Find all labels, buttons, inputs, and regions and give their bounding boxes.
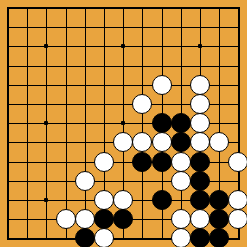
black-stone[interactable] xyxy=(190,152,210,172)
white-stone[interactable] xyxy=(171,228,191,247)
black-stone[interactable] xyxy=(209,228,229,247)
white-stone[interactable] xyxy=(228,152,247,172)
black-stone[interactable] xyxy=(209,190,229,210)
black-stone[interactable] xyxy=(171,132,191,152)
black-stone[interactable] xyxy=(190,171,210,191)
black-stone[interactable] xyxy=(132,152,152,172)
white-stone[interactable] xyxy=(56,209,76,229)
white-stone[interactable] xyxy=(190,209,210,229)
white-stone[interactable] xyxy=(152,75,172,95)
white-stone[interactable] xyxy=(228,190,247,210)
black-stone[interactable] xyxy=(94,209,114,229)
black-stone[interactable] xyxy=(190,228,210,247)
white-stone[interactable] xyxy=(171,209,191,229)
white-stone[interactable] xyxy=(171,171,191,191)
stones-layer xyxy=(0,0,247,247)
white-stone[interactable] xyxy=(94,190,114,210)
white-stone[interactable] xyxy=(228,209,247,229)
white-stone[interactable] xyxy=(132,94,152,114)
black-stone[interactable] xyxy=(209,209,229,229)
go-board[interactable] xyxy=(0,0,247,247)
white-stone[interactable] xyxy=(132,132,152,152)
white-stone[interactable] xyxy=(75,171,95,191)
white-stone[interactable] xyxy=(94,152,114,172)
white-stone[interactable] xyxy=(190,113,210,133)
white-stone[interactable] xyxy=(113,190,133,210)
white-stone[interactable] xyxy=(209,132,229,152)
black-stone[interactable] xyxy=(75,228,95,247)
black-stone[interactable] xyxy=(113,209,133,229)
black-stone[interactable] xyxy=(171,113,191,133)
white-stone[interactable] xyxy=(75,209,95,229)
black-stone[interactable] xyxy=(190,190,210,210)
white-stone[interactable] xyxy=(171,152,191,172)
black-stone[interactable] xyxy=(152,152,172,172)
white-stone[interactable] xyxy=(190,94,210,114)
white-stone[interactable] xyxy=(113,132,133,152)
white-stone[interactable] xyxy=(94,228,114,247)
black-stone[interactable] xyxy=(152,190,172,210)
white-stone[interactable] xyxy=(190,75,210,95)
white-stone[interactable] xyxy=(190,132,210,152)
black-stone[interactable] xyxy=(152,113,172,133)
white-stone[interactable] xyxy=(152,132,172,152)
